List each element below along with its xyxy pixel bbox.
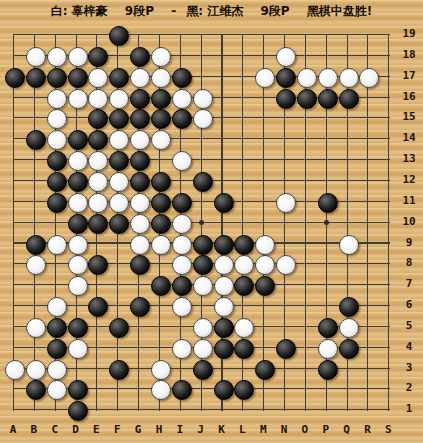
column-label-Q: Q [337, 423, 357, 436]
white-stone-B18 [26, 47, 46, 67]
black-stone-M3 [255, 360, 275, 380]
black-stone-C11 [47, 193, 67, 213]
column-label-E: E [86, 423, 106, 436]
white-stone-G9 [130, 235, 150, 255]
row-label-19: 19 [400, 27, 418, 40]
black-stone-G6 [130, 297, 150, 317]
white-stone-E16 [88, 89, 108, 109]
black-stone-B17 [26, 68, 46, 88]
black-stone-J8 [193, 255, 213, 275]
black-stone-K11 [214, 193, 234, 213]
white-stone-K6 [214, 297, 234, 317]
row-label-3: 3 [400, 361, 418, 374]
black-stone-K5 [214, 318, 234, 338]
white-stone-J5 [193, 318, 213, 338]
white-stone-C9 [47, 235, 67, 255]
star-point-J10 [199, 220, 204, 225]
column-label-L: L [232, 423, 252, 436]
column-label-P: P [316, 423, 336, 436]
black-stone-D17 [68, 68, 88, 88]
black-stone-K4 [214, 339, 234, 359]
white-stone-G10 [130, 214, 150, 234]
black-stone-C4 [47, 339, 67, 359]
white-stone-I13 [172, 151, 192, 171]
black-stone-I7 [172, 276, 192, 296]
white-stone-B5 [26, 318, 46, 338]
game-info-header: 白: 辜梓豪 9段P - 黑: 江维杰 9段P 黑棋中盘胜! [0, 3, 423, 21]
row-label-18: 18 [400, 48, 418, 61]
black-stone-H7 [151, 276, 171, 296]
white-stone-A3 [5, 360, 25, 380]
white-stone-M17 [255, 68, 275, 88]
white-stone-P4 [318, 339, 338, 359]
white-stone-J7 [193, 276, 213, 296]
white-stone-C18 [47, 47, 67, 67]
white-stone-D11 [68, 193, 88, 213]
black-stone-A17 [5, 68, 25, 88]
white-stone-I10 [172, 214, 192, 234]
black-stone-N16 [276, 89, 296, 109]
row-label-11: 11 [400, 194, 418, 207]
column-label-M: M [253, 423, 273, 436]
black-stone-C13 [47, 151, 67, 171]
row-label-10: 10 [400, 215, 418, 228]
black-stone-D2 [68, 380, 88, 400]
column-label-N: N [274, 423, 294, 436]
black-stone-G12 [130, 172, 150, 192]
white-stone-B3 [26, 360, 46, 380]
row-label-2: 2 [400, 381, 418, 394]
black-stone-G18 [130, 47, 150, 67]
white-stone-D7 [68, 276, 88, 296]
white-stone-I9 [172, 235, 192, 255]
white-stone-J16 [193, 89, 213, 109]
white-stone-D9 [68, 235, 88, 255]
white-stone-D18 [68, 47, 88, 67]
black-stone-C17 [47, 68, 67, 88]
white-stone-C6 [47, 297, 67, 317]
column-label-S: S [378, 423, 398, 436]
black-stone-E10 [88, 214, 108, 234]
black-stone-D14 [68, 130, 88, 150]
black-stone-B9 [26, 235, 46, 255]
black-stone-P3 [318, 360, 338, 380]
black-stone-L9 [234, 235, 254, 255]
black-stone-D12 [68, 172, 88, 192]
white-stone-I6 [172, 297, 192, 317]
white-stone-E17 [88, 68, 108, 88]
row-label-16: 16 [400, 90, 418, 103]
column-label-A: A [3, 423, 23, 436]
white-stone-P17 [318, 68, 338, 88]
white-stone-I16 [172, 89, 192, 109]
column-label-G: G [128, 423, 148, 436]
black-player-label: 黑: 江维杰 [186, 4, 243, 18]
column-label-C: C [45, 423, 65, 436]
black-stone-D1 [68, 401, 88, 421]
go-game-viewer: 白: 辜梓豪 9段P - 黑: 江维杰 9段P 黑棋中盘胜! ABCDEFGHI… [0, 0, 423, 443]
row-label-7: 7 [400, 277, 418, 290]
white-stone-G17 [130, 68, 150, 88]
black-stone-K2 [214, 380, 234, 400]
white-stone-D16 [68, 89, 88, 109]
white-stone-Q5 [339, 318, 359, 338]
row-label-13: 13 [400, 152, 418, 165]
black-stone-H11 [151, 193, 171, 213]
white-stone-H3 [151, 360, 171, 380]
black-stone-C5 [47, 318, 67, 338]
white-stone-M9 [255, 235, 275, 255]
column-label-I: I [170, 423, 190, 436]
row-label-15: 15 [400, 110, 418, 123]
white-stone-G11 [130, 193, 150, 213]
black-player-rank: 9段P [261, 4, 290, 18]
black-stone-N17 [276, 68, 296, 88]
black-stone-Q16 [339, 89, 359, 109]
black-stone-O16 [297, 89, 317, 109]
row-label-4: 4 [400, 340, 418, 353]
black-stone-C12 [47, 172, 67, 192]
black-stone-Q6 [339, 297, 359, 317]
white-stone-D13 [68, 151, 88, 171]
column-label-J: J [191, 423, 211, 436]
black-stone-H10 [151, 214, 171, 234]
white-stone-K8 [214, 255, 234, 275]
column-label-F: F [107, 423, 127, 436]
row-label-14: 14 [400, 131, 418, 144]
black-stone-H16 [151, 89, 171, 109]
column-label-K: K [212, 423, 232, 436]
white-stone-O17 [297, 68, 317, 88]
white-stone-K7 [214, 276, 234, 296]
white-stone-Q9 [339, 235, 359, 255]
white-stone-C14 [47, 130, 67, 150]
black-stone-Q4 [339, 339, 359, 359]
black-stone-J9 [193, 235, 213, 255]
white-stone-D4 [68, 339, 88, 359]
black-stone-K9 [214, 235, 234, 255]
column-label-O: O [295, 423, 315, 436]
column-label-D: D [66, 423, 86, 436]
black-stone-P5 [318, 318, 338, 338]
row-label-6: 6 [400, 298, 418, 311]
black-stone-L4 [234, 339, 254, 359]
game-result: 黑棋中盘胜! [307, 4, 372, 18]
white-player-rank: 9段P [125, 4, 154, 18]
row-label-1: 1 [400, 402, 418, 415]
white-stone-F11 [109, 193, 129, 213]
black-stone-B14 [26, 130, 46, 150]
black-stone-F17 [109, 68, 129, 88]
row-label-8: 8 [400, 256, 418, 269]
black-stone-I11 [172, 193, 192, 213]
star-point-P10 [324, 220, 329, 225]
black-stone-F3 [109, 360, 129, 380]
white-stone-H17 [151, 68, 171, 88]
white-stone-D8 [68, 255, 88, 275]
row-label-5: 5 [400, 319, 418, 332]
black-stone-G16 [130, 89, 150, 109]
white-stone-I4 [172, 339, 192, 359]
white-stone-C15 [47, 109, 67, 129]
column-label-H: H [149, 423, 169, 436]
white-stone-J4 [193, 339, 213, 359]
column-label-R: R [357, 423, 377, 436]
players-separator: - [171, 4, 176, 18]
black-stone-I17 [172, 68, 192, 88]
black-stone-D10 [68, 214, 88, 234]
white-stone-N11 [276, 193, 296, 213]
white-stone-C3 [47, 360, 67, 380]
white-stone-F16 [109, 89, 129, 109]
black-stone-F10 [109, 214, 129, 234]
white-stone-H18 [151, 47, 171, 67]
white-player-label: 白: 辜梓豪 [51, 4, 108, 18]
white-stone-C16 [47, 89, 67, 109]
black-stone-H12 [151, 172, 171, 192]
white-stone-H9 [151, 235, 171, 255]
black-stone-N4 [276, 339, 296, 359]
black-stone-D5 [68, 318, 88, 338]
black-stone-P11 [318, 193, 338, 213]
row-label-9: 9 [400, 236, 418, 249]
white-stone-N18 [276, 47, 296, 67]
row-label-12: 12 [400, 173, 418, 186]
column-label-B: B [24, 423, 44, 436]
black-stone-J12 [193, 172, 213, 192]
white-stone-Q17 [339, 68, 359, 88]
black-stone-P16 [318, 89, 338, 109]
row-label-17: 17 [400, 69, 418, 82]
black-stone-J3 [193, 360, 213, 380]
white-stone-J15 [193, 109, 213, 129]
